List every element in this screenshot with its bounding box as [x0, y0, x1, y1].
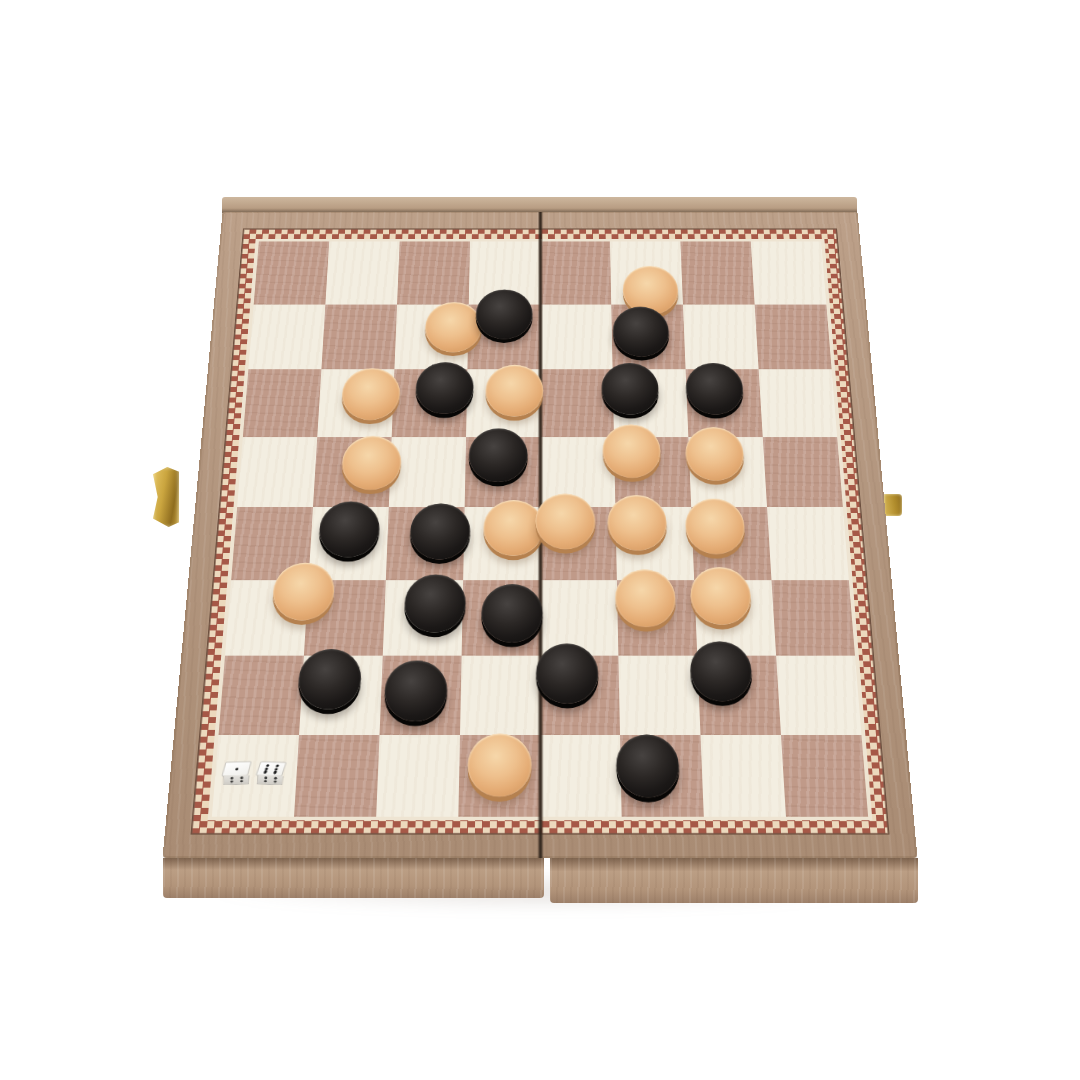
black-checker-piece: [384, 661, 448, 721]
die-showing-6: [256, 761, 285, 785]
square-r8c6: [620, 735, 704, 817]
square-r8c2: [294, 735, 379, 817]
square-r6c6: [617, 580, 697, 656]
square-r4c4: [464, 437, 540, 507]
wood-checker-piece: [684, 499, 746, 554]
black-checker-piece: [410, 504, 471, 559]
square-r1c2: [325, 241, 399, 304]
square-r7c2: [299, 656, 383, 735]
wood-grain: [550, 858, 918, 903]
square-r6c1: [225, 580, 308, 656]
square-r7c7: [697, 656, 781, 735]
black-checker-piece: [685, 363, 745, 414]
die-front-face: [256, 775, 283, 785]
square-r5c4: [463, 507, 540, 580]
black-checker-piece: [318, 502, 380, 557]
square-r8c4: [458, 735, 540, 817]
black-checker-piece: [476, 289, 532, 338]
square-r2c5: [540, 304, 613, 369]
die-pip: [273, 780, 276, 783]
die-pip: [273, 771, 277, 774]
square-r8c7: [701, 735, 786, 817]
brass-clasp-right-icon: [884, 494, 902, 516]
square-r3c3: [391, 369, 467, 437]
product-photo: [0, 0, 1080, 1080]
black-checker-piece: [536, 644, 598, 704]
box-front-face-right: [550, 858, 918, 903]
die-pip: [240, 780, 243, 783]
square-r3c2: [317, 369, 394, 437]
die-pip: [263, 771, 267, 774]
square-r3c1: [243, 369, 321, 437]
square-r7c8: [776, 656, 861, 735]
square-r1c3: [397, 241, 470, 304]
square-r4c3: [389, 437, 466, 507]
dice-pair: [222, 762, 284, 785]
square-r2c6: [612, 304, 686, 369]
square-r2c1: [248, 304, 325, 369]
box-back-edge: [222, 197, 857, 213]
square-r2c3: [394, 304, 468, 369]
wood-checker-piece: [485, 365, 543, 416]
square-r5c8: [767, 507, 849, 580]
square-r4c8: [763, 437, 843, 507]
square-r7c6: [619, 656, 701, 735]
brass-clasp-left-icon: [153, 467, 179, 527]
wood-checker-piece: [535, 494, 595, 549]
square-r6c5: [540, 580, 619, 656]
square-r6c4: [461, 580, 540, 656]
die-pip: [240, 777, 243, 780]
square-r4c2: [313, 437, 392, 507]
square-r1c6: [610, 241, 683, 304]
black-checker-piece: [601, 363, 659, 414]
square-r6c8: [772, 580, 855, 656]
black-checker-piece: [469, 428, 528, 481]
square-r2c8: [755, 304, 832, 369]
square-r8c3: [376, 735, 460, 817]
black-checker-piece: [612, 307, 670, 357]
square-r1c7: [681, 241, 755, 304]
die-pip: [230, 780, 233, 783]
die-front-face: [223, 775, 250, 785]
game-board: [163, 212, 918, 858]
wood-checker-piece: [615, 569, 677, 626]
black-checker-piece: [481, 584, 542, 642]
square-r3c4: [466, 369, 540, 437]
square-r8c5: [540, 735, 622, 817]
wood-checker-piece: [607, 495, 668, 550]
square-r7c5: [540, 656, 620, 735]
square-r8c8: [781, 735, 868, 817]
square-r3c7: [686, 369, 763, 437]
square-r1c5: [540, 241, 612, 304]
black-checker-piece: [616, 734, 681, 797]
square-r7c4: [460, 656, 540, 735]
black-checker-piece: [404, 574, 466, 632]
die-pip: [274, 777, 277, 780]
wood-checker-piece: [483, 500, 543, 555]
square-r4c1: [237, 437, 317, 507]
square-r1c1: [254, 241, 329, 304]
square-r7c1: [219, 656, 304, 735]
die-showing-1: [223, 761, 250, 785]
square-r2c2: [321, 304, 397, 369]
square-r7c3: [379, 656, 461, 735]
square-r5c5: [540, 507, 617, 580]
die-pip: [230, 777, 233, 780]
die-pip: [263, 780, 266, 783]
square-r3c8: [759, 369, 837, 437]
square-r5c6: [616, 507, 695, 580]
square-r4c7: [689, 437, 768, 507]
black-checker-piece: [415, 362, 474, 413]
square-r6c3: [383, 580, 463, 656]
wood-checker-piece: [602, 424, 661, 477]
square-r2c7: [683, 304, 759, 369]
square-r5c3: [386, 507, 465, 580]
box-front-face-left: [163, 858, 544, 898]
die-pip: [234, 767, 238, 770]
square-r1c8: [751, 241, 826, 304]
wood-checker-piece: [425, 302, 482, 352]
wood-grain: [163, 858, 544, 898]
black-checker-piece: [297, 649, 362, 709]
wood-checker-piece: [467, 733, 531, 796]
die-pip: [264, 777, 267, 780]
